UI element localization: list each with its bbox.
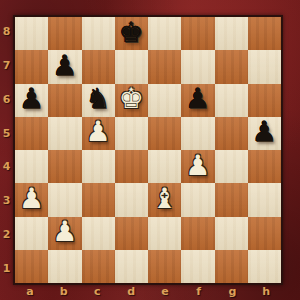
file-label-c: c [81, 283, 115, 300]
square-c3[interactable] [82, 183, 115, 216]
square-h6[interactable] [248, 84, 281, 117]
black-pawn[interactable]: ♟ [185, 85, 210, 113]
square-g8[interactable] [215, 17, 248, 50]
square-g3[interactable] [215, 183, 248, 216]
square-e1[interactable] [148, 250, 181, 283]
square-h8[interactable] [248, 17, 281, 50]
square-b4[interactable] [48, 150, 81, 183]
square-c6[interactable]: ♞ [82, 84, 115, 117]
square-h1[interactable] [248, 250, 281, 283]
rank-label-1: 1 [0, 251, 13, 285]
square-e2[interactable] [148, 217, 181, 250]
square-d8[interactable]: ♚ [115, 17, 148, 50]
square-d3[interactable] [115, 183, 148, 216]
square-h4[interactable] [248, 150, 281, 183]
file-label-g: g [216, 283, 250, 300]
rank-label-8: 8 [0, 15, 13, 49]
square-e4[interactable] [148, 150, 181, 183]
square-c5[interactable]: ♟ [82, 117, 115, 150]
white-king[interactable]: ♚ [119, 85, 144, 113]
square-c4[interactable] [82, 150, 115, 183]
square-a7[interactable] [15, 50, 48, 83]
file-label-b: b [47, 283, 81, 300]
square-e6[interactable] [148, 84, 181, 117]
white-bishop[interactable]: ♝ [152, 185, 177, 213]
square-b1[interactable] [48, 250, 81, 283]
rank-label-4: 4 [0, 150, 13, 184]
white-pawn[interactable]: ♟ [52, 218, 77, 246]
black-pawn[interactable]: ♟ [52, 52, 77, 80]
square-h3[interactable] [248, 183, 281, 216]
square-c2[interactable] [82, 217, 115, 250]
square-c8[interactable] [82, 17, 115, 50]
square-b5[interactable] [48, 117, 81, 150]
square-c1[interactable] [82, 250, 115, 283]
square-g2[interactable] [215, 217, 248, 250]
square-a6[interactable]: ♟ [15, 84, 48, 117]
square-f5[interactable] [181, 117, 214, 150]
square-f4[interactable]: ♟ [181, 150, 214, 183]
square-g5[interactable] [215, 117, 248, 150]
file-labels: abcdefgh [13, 283, 283, 300]
file-label-a: a [13, 283, 47, 300]
chess-board: ♚♟♟♞♚♟♟♟♟♟♝♟ [13, 15, 283, 285]
square-a2[interactable] [15, 217, 48, 250]
square-f1[interactable] [181, 250, 214, 283]
file-label-f: f [182, 283, 216, 300]
rank-label-6: 6 [0, 83, 13, 117]
square-f2[interactable] [181, 217, 214, 250]
square-a3[interactable]: ♟ [15, 183, 48, 216]
white-pawn[interactable]: ♟ [185, 152, 210, 180]
square-d1[interactable] [115, 250, 148, 283]
square-e5[interactable] [148, 117, 181, 150]
square-f8[interactable] [181, 17, 214, 50]
square-e8[interactable] [148, 17, 181, 50]
square-b7[interactable]: ♟ [48, 50, 81, 83]
square-b2[interactable]: ♟ [48, 217, 81, 250]
black-knight[interactable]: ♞ [86, 85, 111, 113]
square-a1[interactable] [15, 250, 48, 283]
white-pawn[interactable]: ♟ [19, 185, 44, 213]
square-e3[interactable]: ♝ [148, 183, 181, 216]
square-a4[interactable] [15, 150, 48, 183]
rank-label-2: 2 [0, 218, 13, 252]
square-d4[interactable] [115, 150, 148, 183]
square-h7[interactable] [248, 50, 281, 83]
square-f6[interactable]: ♟ [181, 84, 214, 117]
file-label-d: d [114, 283, 148, 300]
rank-labels: 87654321 [0, 15, 13, 285]
black-pawn[interactable]: ♟ [252, 118, 277, 146]
square-d5[interactable] [115, 117, 148, 150]
rank-label-3: 3 [0, 184, 13, 218]
rank-label-5: 5 [0, 116, 13, 150]
square-a8[interactable] [15, 17, 48, 50]
white-pawn[interactable]: ♟ [86, 118, 111, 146]
square-g1[interactable] [215, 250, 248, 283]
square-f3[interactable] [181, 183, 214, 216]
file-label-h: h [249, 283, 283, 300]
square-d2[interactable] [115, 217, 148, 250]
square-b6[interactable] [48, 84, 81, 117]
square-b8[interactable] [48, 17, 81, 50]
square-e7[interactable] [148, 50, 181, 83]
black-pawn[interactable]: ♟ [19, 85, 44, 113]
square-h5[interactable]: ♟ [248, 117, 281, 150]
square-c7[interactable] [82, 50, 115, 83]
square-d6[interactable]: ♚ [115, 84, 148, 117]
black-king[interactable]: ♚ [119, 19, 144, 47]
square-g7[interactable] [215, 50, 248, 83]
square-b3[interactable] [48, 183, 81, 216]
rank-label-7: 7 [0, 49, 13, 83]
square-d7[interactable] [115, 50, 148, 83]
square-g4[interactable] [215, 150, 248, 183]
square-g6[interactable] [215, 84, 248, 117]
chess-board-frame: 87654321 ♚♟♟♞♚♟♟♟♟♟♝♟ abcdefgh [0, 0, 300, 300]
square-a5[interactable] [15, 117, 48, 150]
square-h2[interactable] [248, 217, 281, 250]
square-f7[interactable] [181, 50, 214, 83]
file-label-e: e [148, 283, 182, 300]
